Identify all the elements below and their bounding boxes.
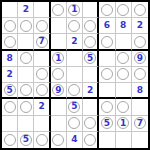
odd-circle (117, 52, 129, 64)
cell-r9c6[interactable] (83, 132, 99, 148)
cell-r2c9[interactable]: 2 (132, 18, 148, 34)
odd-circle (36, 20, 48, 32)
cell-r9c4[interactable] (51, 132, 67, 148)
cell-r3c9[interactable] (132, 34, 148, 50)
odd-circle: 1 (52, 52, 64, 64)
cell-r6c4[interactable]: 9 (51, 83, 67, 99)
cell-r8c1[interactable] (2, 116, 18, 132)
odd-circle (68, 117, 80, 129)
cell-r9c7[interactable] (99, 132, 115, 148)
cell-r4c3[interactable] (34, 51, 50, 67)
cell-r2c8[interactable]: 8 (116, 18, 132, 34)
odd-circle (52, 134, 64, 146)
cell-r2c2[interactable] (18, 18, 34, 34)
cell-r3c5[interactable]: 2 (67, 34, 83, 50)
cell-r4c9[interactable]: 9 (132, 51, 148, 67)
given-digit: 5 (104, 119, 110, 128)
cell-r6c8[interactable] (116, 83, 132, 99)
cell-r5c1[interactable]: 2 (2, 67, 18, 83)
odd-circle (84, 36, 96, 48)
given-digit: 2 (87, 86, 93, 95)
cell-r4c1[interactable]: 8 (2, 51, 18, 67)
given-digit: 6 (104, 21, 110, 30)
cell-r9c8[interactable] (116, 132, 132, 148)
cell-r1c7[interactable] (99, 2, 115, 18)
cell-r5c6[interactable] (83, 67, 99, 83)
cell-r7c6[interactable] (83, 99, 99, 115)
odd-circle (134, 36, 146, 48)
odd-circle (84, 20, 96, 32)
cell-r4c6[interactable]: 5 (83, 51, 99, 67)
given-digit: 8 (6, 54, 12, 63)
given-digit: 1 (71, 5, 77, 14)
odd-circle (68, 84, 80, 96)
given-digit: 2 (23, 5, 29, 14)
cell-r7c9[interactable] (132, 99, 148, 115)
cell-r5c2[interactable] (18, 67, 34, 83)
cell-r2c4[interactable] (51, 18, 67, 34)
cell-r4c5[interactable] (67, 51, 83, 67)
given-digit: 4 (71, 135, 77, 144)
cell-r6c6[interactable]: 2 (83, 83, 99, 99)
cell-r5c7[interactable] (99, 67, 115, 83)
odd-circle (84, 117, 96, 129)
odd-circle (20, 84, 32, 96)
sudoku-board: 21682728159259282551754 (0, 0, 150, 150)
cell-r1c5[interactable]: 1 (67, 2, 83, 18)
odd-circle (36, 68, 48, 80)
cell-r9c3[interactable] (34, 132, 50, 148)
cell-r3c6[interactable] (83, 34, 99, 50)
cell-r8c5[interactable] (67, 116, 83, 132)
cell-r8c7[interactable]: 5 (99, 116, 115, 132)
given-digit: 9 (137, 54, 143, 63)
odd-circle (84, 134, 96, 146)
cell-r5c3[interactable] (34, 67, 50, 83)
cell-r1c2[interactable]: 2 (18, 2, 34, 18)
given-digit: 8 (137, 86, 143, 95)
given-digit: 7 (137, 119, 143, 128)
cell-r5c8[interactable] (116, 67, 132, 83)
cell-r3c7[interactable] (99, 34, 115, 50)
cell-r3c3[interactable]: 7 (34, 34, 50, 50)
cell-r8c3[interactable] (34, 116, 50, 132)
cell-r4c4[interactable]: 1 (51, 51, 67, 67)
cell-r3c2[interactable] (18, 34, 34, 50)
cell-r2c6[interactable] (83, 18, 99, 34)
cell-r1c9[interactable] (132, 2, 148, 18)
cell-r9c1[interactable] (2, 132, 18, 148)
odd-circle (36, 84, 48, 96)
cell-r7c5[interactable]: 5 (67, 99, 83, 115)
given-digit: 2 (71, 37, 77, 46)
given-digit: 1 (120, 119, 126, 128)
odd-circle: 5 (84, 52, 96, 64)
odd-circle (68, 20, 80, 32)
cell-r8c9[interactable]: 7 (132, 116, 148, 132)
odd-circle (4, 36, 16, 48)
odd-circle (52, 4, 64, 16)
cell-r5c9[interactable] (132, 67, 148, 83)
cell-r6c2[interactable] (18, 83, 34, 99)
cell-r8c2[interactable] (18, 116, 34, 132)
given-digit: 7 (38, 37, 44, 46)
odd-circle: 7 (134, 117, 146, 129)
cell-r6c7[interactable] (99, 83, 115, 99)
given-digit: 2 (137, 21, 143, 30)
given-digit: 5 (71, 102, 77, 111)
cell-r2c5[interactable] (67, 18, 83, 34)
cell-r7c1[interactable] (2, 99, 18, 115)
odd-circle (117, 101, 129, 113)
odd-circle (117, 68, 129, 80)
odd-circle (20, 20, 32, 32)
odd-circle (4, 20, 16, 32)
cell-r9c2[interactable]: 5 (18, 132, 34, 148)
cell-r4c7[interactable] (99, 51, 115, 67)
cell-r2c7[interactable]: 6 (99, 18, 115, 34)
cell-r7c7[interactable] (99, 99, 115, 115)
cell-r3c1[interactable] (2, 34, 18, 50)
odd-circle: 1 (68, 4, 80, 16)
cell-r1c4[interactable] (51, 2, 67, 18)
odd-circle: 5 (20, 134, 32, 146)
given-digit: 5 (87, 54, 93, 63)
cell-r6c3[interactable] (34, 83, 50, 99)
odd-circle: 9 (52, 84, 64, 96)
odd-circle (52, 68, 64, 80)
given-digit: 1 (55, 54, 61, 63)
odd-circle: 5 (4, 84, 16, 96)
cell-r3c4[interactable] (51, 34, 67, 50)
odd-circle: 5 (101, 117, 113, 129)
cell-r1c8[interactable] (116, 2, 132, 18)
cell-r9c5[interactable]: 4 (67, 132, 83, 148)
odd-circle (101, 68, 113, 80)
cell-r6c5[interactable] (67, 83, 83, 99)
cell-r1c6[interactable] (83, 2, 99, 18)
cell-r8c4[interactable] (51, 116, 67, 132)
cell-r6c9[interactable]: 8 (132, 83, 148, 99)
given-digit: 5 (6, 86, 12, 95)
cell-r7c2[interactable] (18, 99, 34, 115)
cell-r1c1[interactable] (2, 2, 18, 18)
odd-circle (117, 4, 129, 16)
cell-r1c3[interactable] (34, 2, 50, 18)
cell-r7c8[interactable] (116, 99, 132, 115)
given-digit: 2 (38, 102, 44, 111)
cell-r9c9[interactable] (132, 132, 148, 148)
odd-circle (4, 134, 16, 146)
cell-r8c6[interactable] (83, 116, 99, 132)
odd-circle (134, 4, 146, 16)
odd-circle (134, 68, 146, 80)
odd-circle: 1 (117, 117, 129, 129)
odd-circle: 7 (36, 36, 48, 48)
given-digit: 5 (23, 135, 29, 144)
cell-r2c1[interactable] (2, 18, 18, 34)
cell-r5c5[interactable] (67, 67, 83, 83)
cell-r2c3[interactable] (34, 18, 50, 34)
odd-circle (4, 101, 16, 113)
odd-circle (101, 101, 113, 113)
cell-r7c3[interactable]: 2 (34, 99, 50, 115)
cell-r5c4[interactable] (51, 67, 67, 83)
given-digit: 9 (55, 86, 61, 95)
odd-circle (20, 101, 32, 113)
cell-r8c8[interactable]: 1 (116, 116, 132, 132)
odd-circle (36, 134, 48, 146)
cell-r3c8[interactable] (116, 34, 132, 50)
cell-r4c8[interactable] (116, 51, 132, 67)
given-digit: 2 (6, 70, 12, 79)
cell-r4c2[interactable] (18, 51, 34, 67)
odd-circle (101, 36, 113, 48)
odd-circle: 5 (68, 101, 80, 113)
odd-circle (101, 4, 113, 16)
given-digit: 8 (120, 21, 126, 30)
cell-r7c4[interactable] (51, 99, 67, 115)
odd-circle (20, 52, 32, 64)
odd-circle: 9 (134, 52, 146, 64)
cell-r6c1[interactable]: 5 (2, 83, 18, 99)
